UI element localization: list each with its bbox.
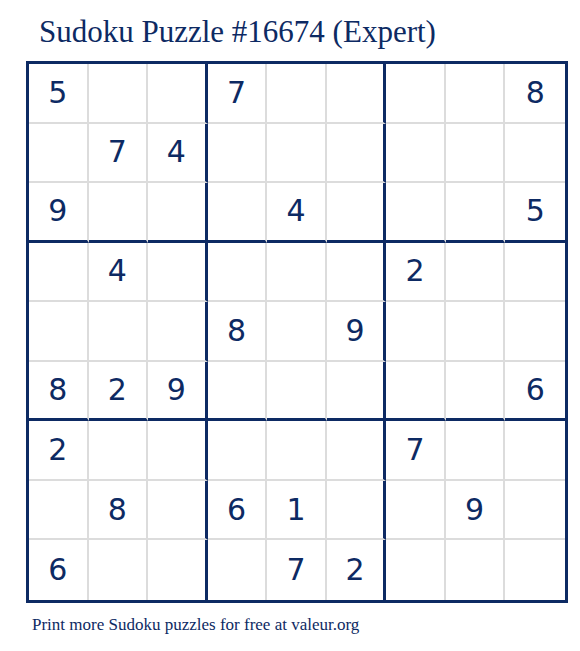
cell-r6c3[interactable]: 9 <box>148 362 208 422</box>
cell-r3c8[interactable] <box>446 183 506 243</box>
cell-r3c6[interactable] <box>327 183 387 243</box>
cell-r2c6[interactable] <box>327 124 387 184</box>
cell-r7c8[interactable] <box>446 421 506 481</box>
cell-r1c7[interactable] <box>386 64 446 124</box>
cell-r5c2[interactable] <box>89 302 149 362</box>
cell-r4c4[interactable] <box>208 243 268 303</box>
cell-r7c1[interactable]: 2 <box>29 421 89 481</box>
cell-r7c4[interactable] <box>208 421 268 481</box>
footer-text: Print more Sudoku puzzles for free at va… <box>32 615 359 635</box>
cell-r3c9[interactable]: 5 <box>505 183 565 243</box>
cell-r1c3[interactable] <box>148 64 208 124</box>
cell-r9c6[interactable]: 2 <box>327 540 387 600</box>
cell-r6c6[interactable] <box>327 362 387 422</box>
cell-r5c8[interactable] <box>446 302 506 362</box>
cell-r1c8[interactable] <box>446 64 506 124</box>
cell-r3c7[interactable] <box>386 183 446 243</box>
cell-r2c9[interactable] <box>505 124 565 184</box>
cell-r1c5[interactable] <box>267 64 327 124</box>
cell-r1c9[interactable]: 8 <box>505 64 565 124</box>
cell-r3c1[interactable]: 9 <box>29 183 89 243</box>
cell-r4c3[interactable] <box>148 243 208 303</box>
cell-r4c5[interactable] <box>267 243 327 303</box>
page-title: Sudoku Puzzle #16674 (Expert) <box>39 16 436 47</box>
cell-r7c6[interactable] <box>327 421 387 481</box>
cell-r9c8[interactable] <box>446 540 506 600</box>
cell-r5c5[interactable] <box>267 302 327 362</box>
cell-r6c9[interactable]: 6 <box>505 362 565 422</box>
cell-r3c5[interactable]: 4 <box>267 183 327 243</box>
cell-r5c9[interactable] <box>505 302 565 362</box>
cell-r2c7[interactable] <box>386 124 446 184</box>
cell-r6c4[interactable] <box>208 362 268 422</box>
cell-r5c6[interactable]: 9 <box>327 302 387 362</box>
cell-r1c6[interactable] <box>327 64 387 124</box>
cell-r8c3[interactable] <box>148 481 208 541</box>
cell-r1c1[interactable]: 5 <box>29 64 89 124</box>
cell-r3c2[interactable] <box>89 183 149 243</box>
cell-r3c3[interactable] <box>148 183 208 243</box>
cell-r5c3[interactable] <box>148 302 208 362</box>
cell-r3c4[interactable] <box>208 183 268 243</box>
cell-r4c2[interactable]: 4 <box>89 243 149 303</box>
cell-r7c9[interactable] <box>505 421 565 481</box>
sudoku-board: 5787494542898296278619672 <box>26 61 568 603</box>
cell-r4c1[interactable] <box>29 243 89 303</box>
cell-r7c7[interactable]: 7 <box>386 421 446 481</box>
cell-r4c8[interactable] <box>446 243 506 303</box>
cell-r4c7[interactable]: 2 <box>386 243 446 303</box>
cell-r4c6[interactable] <box>327 243 387 303</box>
cell-r8c9[interactable] <box>505 481 565 541</box>
cell-r9c9[interactable] <box>505 540 565 600</box>
cell-r2c5[interactable] <box>267 124 327 184</box>
cell-r8c6[interactable] <box>327 481 387 541</box>
cell-r7c5[interactable] <box>267 421 327 481</box>
cell-r9c1[interactable]: 6 <box>29 540 89 600</box>
cell-r7c3[interactable] <box>148 421 208 481</box>
cell-r9c5[interactable]: 7 <box>267 540 327 600</box>
cell-r5c7[interactable] <box>386 302 446 362</box>
cell-r2c1[interactable] <box>29 124 89 184</box>
cell-r9c2[interactable] <box>89 540 149 600</box>
cell-r2c2[interactable]: 7 <box>89 124 149 184</box>
cell-r8c5[interactable]: 1 <box>267 481 327 541</box>
cell-r7c2[interactable] <box>89 421 149 481</box>
cell-r8c4[interactable]: 6 <box>208 481 268 541</box>
cell-r6c1[interactable]: 8 <box>29 362 89 422</box>
cell-r2c4[interactable] <box>208 124 268 184</box>
cell-r1c4[interactable]: 7 <box>208 64 268 124</box>
cell-r4c9[interactable] <box>505 243 565 303</box>
cell-r1c2[interactable] <box>89 64 149 124</box>
cell-r6c2[interactable]: 2 <box>89 362 149 422</box>
cell-r6c8[interactable] <box>446 362 506 422</box>
cell-r6c5[interactable] <box>267 362 327 422</box>
cell-r2c3[interactable]: 4 <box>148 124 208 184</box>
cell-r9c7[interactable] <box>386 540 446 600</box>
cell-r9c4[interactable] <box>208 540 268 600</box>
cell-r6c7[interactable] <box>386 362 446 422</box>
cell-r8c1[interactable] <box>29 481 89 541</box>
cell-r8c7[interactable] <box>386 481 446 541</box>
cell-r5c1[interactable] <box>29 302 89 362</box>
cell-r5c4[interactable]: 8 <box>208 302 268 362</box>
cell-r9c3[interactable] <box>148 540 208 600</box>
cell-r8c2[interactable]: 8 <box>89 481 149 541</box>
cell-r2c8[interactable] <box>446 124 506 184</box>
cell-r8c8[interactable]: 9 <box>446 481 506 541</box>
